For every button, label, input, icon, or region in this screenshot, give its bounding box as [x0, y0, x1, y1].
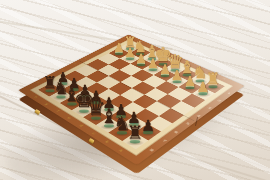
chess-set-photo: hgfedcba hgfedcba 12345678 12345678 ♜♞♝♚… [0, 0, 270, 180]
black-rook-icon: ♜ [120, 123, 150, 141]
black-rook-a8[interactable]: ♜ [120, 123, 150, 141]
pieces-layer: ♜♞♝♚♛♝♞♜♟♟♟♟♟♟♟♟♟♟♟♟♟♟♟♟♜♞♝♚♛♝♞♜ [0, 0, 270, 180]
felt-base [130, 140, 140, 143]
white-pawn-a2[interactable]: ♟ [190, 80, 216, 94]
